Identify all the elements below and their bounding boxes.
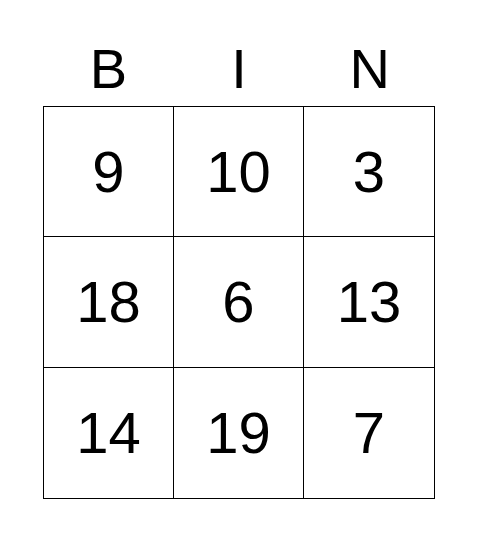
bingo-cell-r3c1[interactable]: 14 bbox=[44, 368, 174, 498]
column-header-i: I bbox=[174, 36, 305, 102]
bingo-cell-r1c3[interactable]: 3 bbox=[304, 107, 434, 237]
bingo-grid: 9 10 3 18 6 13 14 19 7 bbox=[43, 106, 435, 499]
bingo-cell-r3c3[interactable]: 7 bbox=[304, 368, 434, 498]
bingo-cell-r1c2[interactable]: 10 bbox=[174, 107, 304, 237]
bingo-cell-r2c2[interactable]: 6 bbox=[174, 237, 304, 367]
column-header-b: B bbox=[43, 36, 174, 102]
bingo-cell-r1c1[interactable]: 9 bbox=[44, 107, 174, 237]
column-header-n: N bbox=[304, 36, 435, 102]
bingo-card: B I N 9 10 3 18 6 13 14 19 7 bbox=[0, 0, 479, 544]
header-row: B I N bbox=[43, 36, 435, 102]
bingo-cell-r3c2[interactable]: 19 bbox=[174, 368, 304, 498]
bingo-cell-r2c3[interactable]: 13 bbox=[304, 237, 434, 367]
bingo-cell-r2c1[interactable]: 18 bbox=[44, 237, 174, 367]
